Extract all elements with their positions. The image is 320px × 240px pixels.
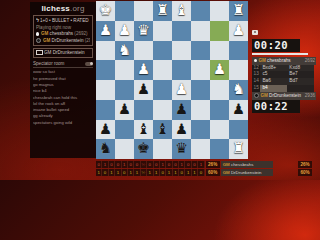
square[interactable]	[210, 80, 229, 100]
square[interactable]	[229, 41, 248, 61]
square[interactable]	[153, 60, 172, 80]
square[interactable]: ♟	[229, 100, 248, 120]
square[interactable]	[172, 60, 191, 80]
clock-top: 00:20	[252, 39, 300, 52]
square[interactable]	[210, 120, 229, 140]
square[interactable]	[191, 120, 210, 140]
square[interactable]	[134, 1, 153, 21]
move-list[interactable]: 12Bxd8+Kxd813c5Be714Ba6Bd715b4	[252, 65, 314, 92]
square[interactable]	[210, 100, 229, 120]
move-row: 12Bxd8+Kxd8	[252, 65, 314, 72]
score-row-bottom: 1011011½110110110 60% GM DrDrunkenstein …	[96, 169, 312, 176]
chat-toggle[interactable]	[85, 62, 93, 66]
scoreboard-player-name: GM chessbrahs	[221, 161, 273, 168]
square[interactable]: ♟	[172, 100, 191, 120]
square[interactable]	[134, 100, 153, 120]
square[interactable]	[96, 100, 115, 120]
player-row-top[interactable]: GM chessbrahs 2692	[252, 57, 316, 65]
square[interactable]: ♟	[134, 80, 153, 100]
score-percent-right: 26%	[298, 161, 312, 168]
move-row: 15b4	[252, 85, 314, 92]
square[interactable]	[115, 60, 134, 80]
black-pawn: ♟	[115, 100, 134, 120]
move-black[interactable]: Bd7	[287, 78, 314, 85]
white-color-icon	[254, 59, 257, 62]
square[interactable]	[210, 139, 229, 159]
white-rook: ♜	[153, 1, 172, 21]
clock-bottom: 00:22	[252, 100, 300, 113]
square[interactable]	[153, 41, 172, 61]
black-pawn: ♟	[134, 80, 153, 100]
spectator-room-title: Spectator room	[33, 61, 64, 66]
square[interactable]: ♟	[229, 21, 248, 41]
square[interactable]: ♜	[229, 139, 248, 159]
square[interactable]	[229, 120, 248, 140]
white-knight: ♞	[229, 80, 248, 100]
square[interactable]: ♚	[134, 139, 153, 159]
white-pawn: ♟	[115, 21, 134, 41]
score-percent-right: 60%	[298, 169, 312, 176]
score-row-top: 0100100½001001001 26% GM chessbrahs 26%	[96, 161, 312, 168]
time-bar	[252, 53, 308, 55]
square[interactable]	[191, 60, 210, 80]
white-pawn: ♟	[210, 60, 229, 80]
player-line-black[interactable]: GM DrDrunkenstein (2936)	[36, 38, 90, 44]
square[interactable]	[191, 1, 210, 21]
move-white[interactable]: c5	[260, 71, 287, 78]
square[interactable]: ♚	[96, 1, 115, 21]
white-pawn: ♟	[229, 21, 248, 41]
spectator-room-header: Spectator room	[33, 61, 93, 68]
black-knight: ♞	[96, 139, 115, 159]
square[interactable]: ♜	[153, 1, 172, 21]
square[interactable]	[96, 60, 115, 80]
score-percent: 60%	[206, 169, 220, 176]
move-black[interactable]	[287, 85, 314, 92]
square[interactable]	[210, 1, 229, 21]
move-white[interactable]: Bxd8+	[260, 65, 287, 72]
square[interactable]: ♟	[172, 120, 191, 140]
square[interactable]: ♞	[229, 80, 248, 100]
move-row: 13c5Be7	[252, 71, 314, 78]
square[interactable]	[229, 60, 248, 80]
square[interactable]: ♟	[115, 100, 134, 120]
game-result-cell: 0	[198, 169, 204, 176]
square[interactable]: ♞	[96, 139, 115, 159]
square[interactable]	[210, 21, 229, 41]
square[interactable]: ♛	[172, 139, 191, 159]
white-bishop: ♝	[172, 1, 191, 21]
player-bottom-name: DrDrunkenstein	[269, 93, 301, 98]
square[interactable]: ♟	[172, 80, 191, 100]
white-rook: ♜	[229, 139, 248, 159]
stream-cam-icon[interactable]	[252, 30, 258, 35]
black-color-icon	[254, 93, 259, 98]
square[interactable]	[191, 21, 210, 41]
move-number: 14	[252, 78, 260, 85]
square[interactable]	[115, 120, 134, 140]
move-black[interactable]: Kxd8	[287, 65, 314, 72]
black-color-icon	[36, 38, 41, 43]
square[interactable]: ♜	[229, 1, 248, 21]
left-panel: lichess.org ϟ1+0 • BULLET • RATED Playin…	[30, 2, 96, 158]
bullet-lightning-icon: ϟ	[36, 17, 39, 23]
square[interactable]	[153, 100, 172, 120]
move-number: 15	[252, 85, 260, 92]
square[interactable]: ♝	[172, 1, 191, 21]
square[interactable]	[115, 1, 134, 21]
square[interactable]	[153, 80, 172, 100]
match-scoreboard: 0100100½001001001 26% GM chessbrahs 26% …	[96, 161, 312, 177]
move-row: 14Ba6Bd7	[252, 78, 314, 85]
black-king: ♚	[134, 139, 153, 159]
chess-board[interactable]: ♚♜♝♜♟♟♛♟♞♟♟♟♟♞♟♟♟♟♝♝♟♞♚♛♜	[96, 1, 248, 159]
score-percent: 26%	[206, 161, 220, 168]
square[interactable]	[134, 41, 153, 61]
white-king: ♚	[96, 1, 115, 21]
square[interactable]	[172, 41, 191, 61]
white-pawn: ♟	[96, 21, 115, 41]
game-result-cell: 1	[198, 161, 204, 168]
square[interactable]: ♟	[134, 60, 153, 80]
square[interactable]	[191, 41, 210, 61]
square[interactable]	[115, 80, 134, 100]
black-pawn: ♟	[172, 120, 191, 140]
square[interactable]: ♞	[115, 41, 134, 61]
square[interactable]	[153, 21, 172, 41]
black-pawn: ♟	[172, 100, 191, 120]
game-info-box: ϟ1+0 • BULLET • RATED Playing right now …	[33, 15, 93, 46]
square[interactable]	[191, 80, 210, 100]
square[interactable]: ♝	[134, 120, 153, 140]
square[interactable]	[96, 41, 115, 61]
white-color-icon	[36, 32, 39, 35]
move-number: 13	[252, 71, 260, 78]
black-bishop: ♝	[134, 120, 153, 140]
black-pawn: ♟	[96, 120, 115, 140]
move-white[interactable]: b4	[260, 85, 287, 92]
square[interactable]	[191, 100, 210, 120]
chat-message: spectators going wild	[33, 120, 93, 126]
tv-icon	[36, 50, 43, 56]
white-pawn: ♟	[134, 60, 153, 80]
move-white[interactable]: Ba6	[260, 78, 287, 85]
black-pawn: ♟	[229, 100, 248, 120]
results-strip: 0100100½001001001	[96, 161, 205, 168]
game-info-line: ϟ1+0 • BULLET • RATED	[36, 17, 90, 25]
white-queen: ♛	[134, 21, 153, 41]
square[interactable]	[172, 21, 191, 41]
scoreboard-player-name: GM DrDrunkenstein	[221, 169, 273, 176]
square[interactable]	[210, 41, 229, 61]
square[interactable]: ♟	[96, 21, 115, 41]
square[interactable]: ♛	[134, 21, 153, 41]
square[interactable]: ♟	[210, 60, 229, 80]
right-panel: 00:20 GM chessbrahs 2692 12Bxd8+Kxd813c5…	[252, 30, 316, 113]
lichess-logo[interactable]: lichess.org	[30, 2, 96, 13]
streamer-label: GM DrDrunkenstein	[44, 50, 85, 55]
square[interactable]	[96, 80, 115, 100]
player-top-name: chessbrahs	[267, 58, 291, 63]
player-bottom-rating: 2936	[305, 93, 315, 98]
black-queen: ♛	[172, 139, 191, 159]
player-row-bottom[interactable]: GM DrDrunkenstein 2936	[252, 92, 316, 100]
player-top-rating: 2692	[305, 58, 315, 63]
chat-messages[interactable]: wow so fasthe premoved thatgo magnusnice…	[33, 69, 93, 155]
white-pawn: ♟	[172, 80, 191, 100]
white-knight: ♞	[115, 41, 134, 61]
square[interactable]	[153, 139, 172, 159]
results-strip: 1011011½110110110	[96, 169, 205, 176]
move-number: 12	[252, 65, 260, 72]
streamer-box[interactable]: GM DrDrunkenstein	[33, 48, 93, 58]
square[interactable]	[115, 139, 134, 159]
square[interactable]	[191, 139, 210, 159]
move-black[interactable]: Be7	[287, 71, 314, 78]
square[interactable]: ♝	[153, 120, 172, 140]
square[interactable]: ♟	[96, 120, 115, 140]
black-bishop: ♝	[153, 120, 172, 140]
square[interactable]: ♟	[115, 21, 134, 41]
white-rook: ♜	[229, 1, 248, 21]
